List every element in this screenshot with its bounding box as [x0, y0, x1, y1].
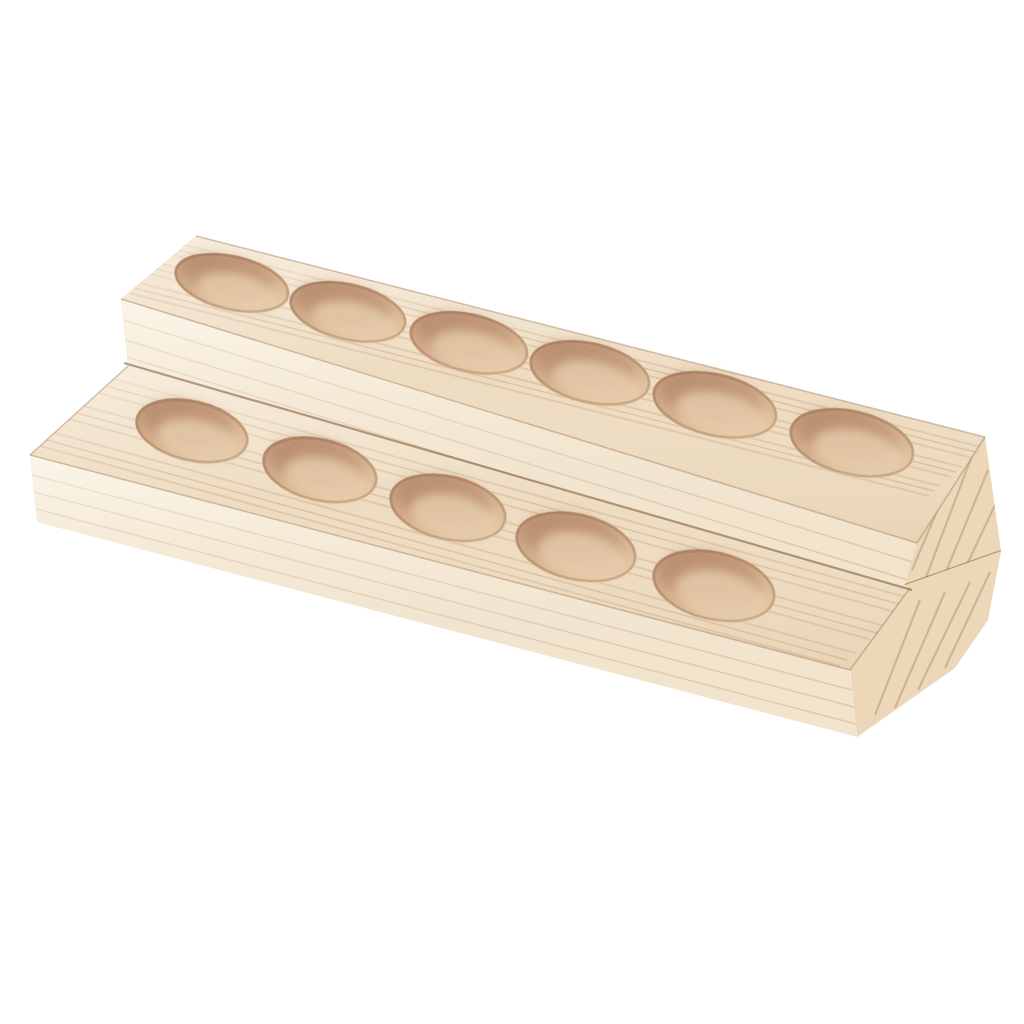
product-photo-canvas — [0, 0, 1024, 1024]
wooden-pit-board — [0, 0, 1024, 1024]
